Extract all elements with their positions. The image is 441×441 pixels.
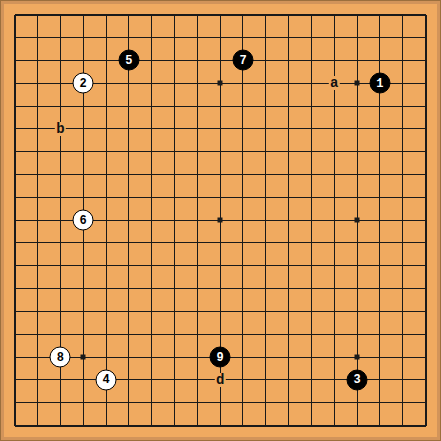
intersection xyxy=(209,26,232,49)
grid-line-vertical xyxy=(174,391,175,414)
intersection: 8 xyxy=(49,346,72,369)
grid-line-vertical xyxy=(220,232,221,255)
grid-line-vertical xyxy=(265,49,266,72)
grid-line-vertical xyxy=(174,117,175,140)
grid-line-vertical xyxy=(37,209,38,232)
intersection xyxy=(26,95,49,118)
intersection xyxy=(163,186,186,209)
grid-line-vertical xyxy=(83,140,84,163)
intersection xyxy=(414,414,437,437)
intersection xyxy=(346,140,369,163)
intersection xyxy=(140,254,163,277)
intersection xyxy=(369,209,392,232)
grid-line-vertical xyxy=(106,209,107,232)
grid-line-vertical xyxy=(174,323,175,346)
intersection xyxy=(49,95,72,118)
intersection xyxy=(95,186,118,209)
grid-line-vertical xyxy=(174,15,175,26)
grid-line-vertical xyxy=(37,346,38,369)
grid-line-vertical xyxy=(128,300,129,323)
intersection xyxy=(95,72,118,95)
grid-line-vertical xyxy=(242,323,243,346)
intersection xyxy=(300,95,323,118)
grid-line-vertical xyxy=(288,95,289,118)
intersection xyxy=(3,254,26,277)
grid-line-vertical xyxy=(151,323,152,346)
intersection xyxy=(232,95,255,118)
grid-line-vertical xyxy=(265,140,266,163)
grid-line-vertical xyxy=(288,232,289,255)
grid-line-vertical xyxy=(311,163,312,186)
intersection xyxy=(117,95,140,118)
intersection xyxy=(391,117,414,140)
intersection xyxy=(49,254,72,277)
intersection xyxy=(414,95,437,118)
intersection xyxy=(117,140,140,163)
intersection xyxy=(140,95,163,118)
grid-line-vertical xyxy=(60,323,61,346)
grid-line-vertical xyxy=(265,117,266,140)
grid-line-vertical xyxy=(14,323,16,346)
intersection xyxy=(186,346,209,369)
grid-line-vertical xyxy=(174,346,175,369)
stone-white-6: 6 xyxy=(73,210,94,231)
intersection xyxy=(323,186,346,209)
grid-line-vertical xyxy=(197,209,198,232)
grid-line-vertical xyxy=(106,140,107,163)
grid-line-vertical xyxy=(37,414,38,425)
grid-line-vertical xyxy=(197,140,198,163)
intersection xyxy=(117,209,140,232)
grid-line-vertical xyxy=(242,186,243,209)
intersection xyxy=(140,391,163,414)
intersection xyxy=(49,49,72,72)
grid-line-vertical xyxy=(220,117,221,140)
star-point xyxy=(81,355,86,360)
intersection xyxy=(209,72,232,95)
grid-line-vertical xyxy=(379,186,380,209)
intersection xyxy=(414,346,437,369)
intersection xyxy=(163,254,186,277)
grid-line-vertical xyxy=(174,414,175,425)
star-point xyxy=(355,81,360,86)
grid-line-horizontal xyxy=(15,151,26,152)
grid-line-vertical xyxy=(265,186,266,209)
intersection xyxy=(49,369,72,392)
intersection xyxy=(186,3,209,26)
grid-line-vertical xyxy=(128,277,129,300)
grid-line-vertical xyxy=(174,49,175,72)
intersection xyxy=(300,277,323,300)
intersection xyxy=(300,414,323,437)
intersection xyxy=(140,346,163,369)
grid-line-vertical xyxy=(14,140,16,163)
grid-line-vertical xyxy=(242,254,243,277)
intersection: a xyxy=(323,72,346,95)
intersection xyxy=(72,163,95,186)
intersection xyxy=(346,300,369,323)
intersection xyxy=(3,369,26,392)
stone-black-3: 3 xyxy=(347,369,368,390)
grid-line-vertical xyxy=(151,300,152,323)
intersection xyxy=(391,209,414,232)
intersection xyxy=(346,277,369,300)
intersection xyxy=(3,26,26,49)
intersection xyxy=(3,163,26,186)
grid-line-vertical xyxy=(334,391,335,414)
intersection xyxy=(254,323,277,346)
grid-line-vertical xyxy=(357,186,358,209)
intersection xyxy=(186,323,209,346)
grid-line-vertical xyxy=(37,369,38,392)
intersection xyxy=(163,163,186,186)
grid-line-vertical xyxy=(197,369,198,392)
grid-line-vertical xyxy=(242,414,243,425)
intersection xyxy=(323,277,346,300)
grid-line-vertical xyxy=(242,391,243,414)
intersection xyxy=(300,232,323,255)
grid-line-vertical xyxy=(288,300,289,323)
intersection xyxy=(163,26,186,49)
grid-line-vertical xyxy=(379,346,380,369)
grid-line-vertical xyxy=(220,277,221,300)
grid-line-vertical xyxy=(83,391,84,414)
intersection xyxy=(254,186,277,209)
intersection xyxy=(3,95,26,118)
intersection xyxy=(3,49,26,72)
grid-line-vertical xyxy=(37,26,38,49)
intersection xyxy=(277,95,300,118)
intersection xyxy=(277,232,300,255)
intersection xyxy=(163,414,186,437)
grid-line-vertical xyxy=(357,391,358,414)
grid-line-vertical xyxy=(402,300,403,323)
grid-line-vertical xyxy=(242,117,243,140)
grid-line-vertical xyxy=(402,323,403,346)
intersection xyxy=(300,163,323,186)
grid-line-vertical xyxy=(425,140,427,163)
intersection xyxy=(209,277,232,300)
grid-line-vertical xyxy=(288,49,289,72)
grid-line-vertical xyxy=(402,232,403,255)
intersection xyxy=(414,254,437,277)
grid-line-vertical xyxy=(357,117,358,140)
grid-line-vertical xyxy=(425,346,427,369)
intersection xyxy=(346,49,369,72)
intersection: 1 xyxy=(369,72,392,95)
grid-line-vertical xyxy=(197,254,198,277)
intersection xyxy=(140,117,163,140)
intersection xyxy=(26,277,49,300)
intersection xyxy=(346,232,369,255)
grid-line-vertical xyxy=(151,95,152,118)
intersection xyxy=(163,346,186,369)
grid-line-vertical xyxy=(242,277,243,300)
grid-line-vertical xyxy=(379,117,380,140)
intersection xyxy=(72,49,95,72)
grid-line-vertical xyxy=(106,72,107,95)
intersection xyxy=(3,323,26,346)
grid-line-vertical xyxy=(106,49,107,72)
grid-line-horizontal xyxy=(15,334,26,335)
intersection xyxy=(391,3,414,26)
intersection xyxy=(346,186,369,209)
intersection xyxy=(72,346,95,369)
grid-line-vertical xyxy=(197,414,198,425)
grid-line-vertical xyxy=(288,72,289,95)
grid-line-vertical xyxy=(334,369,335,392)
grid-line-vertical xyxy=(151,140,152,163)
grid-line-vertical xyxy=(151,117,152,140)
intersection xyxy=(254,117,277,140)
intersection xyxy=(369,117,392,140)
grid-line-vertical xyxy=(151,369,152,392)
grid-line-vertical xyxy=(402,254,403,277)
intersection xyxy=(140,140,163,163)
intersection xyxy=(26,369,49,392)
intersection xyxy=(254,369,277,392)
intersection xyxy=(26,72,49,95)
intersection xyxy=(26,3,49,26)
intersection xyxy=(72,117,95,140)
grid-line-vertical xyxy=(37,49,38,72)
intersection xyxy=(186,95,209,118)
intersection xyxy=(277,323,300,346)
intersection xyxy=(277,3,300,26)
grid-line-vertical xyxy=(14,26,16,49)
grid-line-vertical xyxy=(242,26,243,49)
intersection xyxy=(323,117,346,140)
grid-line-vertical xyxy=(402,369,403,392)
grid-line-horizontal xyxy=(15,106,26,107)
intersection xyxy=(232,232,255,255)
intersection xyxy=(414,140,437,163)
grid-line-vertical xyxy=(14,15,16,26)
intersection xyxy=(277,140,300,163)
point-label-b: b xyxy=(55,122,65,136)
grid-line-horizontal xyxy=(15,197,26,198)
grid-line-vertical xyxy=(106,232,107,255)
intersection xyxy=(391,186,414,209)
intersection xyxy=(369,49,392,72)
grid-line-vertical xyxy=(151,391,152,414)
grid-line-vertical xyxy=(151,277,152,300)
intersection xyxy=(186,163,209,186)
grid-line-vertical xyxy=(151,49,152,72)
intersection xyxy=(140,323,163,346)
point-label-a: a xyxy=(329,76,339,90)
grid-line-vertical xyxy=(402,49,403,72)
grid-line-vertical xyxy=(425,49,427,72)
grid-line-vertical xyxy=(379,254,380,277)
intersection xyxy=(140,72,163,95)
intersection xyxy=(391,163,414,186)
intersection xyxy=(72,323,95,346)
intersection xyxy=(186,254,209,277)
grid-line-horizontal xyxy=(15,311,26,312)
grid-line-vertical xyxy=(14,300,16,323)
intersection xyxy=(26,140,49,163)
intersection xyxy=(254,254,277,277)
intersection xyxy=(300,209,323,232)
grid-line-vertical xyxy=(151,163,152,186)
grid-line-vertical xyxy=(197,117,198,140)
intersection xyxy=(391,232,414,255)
grid-line-vertical xyxy=(197,277,198,300)
intersection xyxy=(391,49,414,72)
intersection: b xyxy=(49,117,72,140)
stone-black-5: 5 xyxy=(118,50,139,71)
intersection xyxy=(72,300,95,323)
intersection xyxy=(117,232,140,255)
grid-line-vertical xyxy=(197,95,198,118)
intersection xyxy=(49,186,72,209)
star-point xyxy=(218,218,223,223)
intersection xyxy=(369,163,392,186)
intersection xyxy=(26,254,49,277)
grid-line-vertical xyxy=(334,163,335,186)
intersection xyxy=(72,414,95,437)
grid-line-vertical xyxy=(334,117,335,140)
intersection xyxy=(3,300,26,323)
grid-line-vertical xyxy=(379,414,380,425)
grid-line-vertical xyxy=(37,323,38,346)
grid-line-vertical xyxy=(60,209,61,232)
grid-line-vertical xyxy=(311,369,312,392)
intersection xyxy=(232,26,255,49)
intersection xyxy=(254,300,277,323)
stone-black-1: 1 xyxy=(369,73,390,94)
grid-line-vertical xyxy=(357,163,358,186)
grid-line-vertical xyxy=(311,300,312,323)
intersection xyxy=(163,3,186,26)
intersection xyxy=(232,117,255,140)
grid-line-vertical xyxy=(197,300,198,323)
grid-line-vertical xyxy=(242,369,243,392)
grid-line-vertical xyxy=(379,277,380,300)
intersection xyxy=(186,140,209,163)
intersection xyxy=(254,72,277,95)
grid-line-vertical xyxy=(265,72,266,95)
intersection xyxy=(391,26,414,49)
grid-line-vertical xyxy=(379,95,380,118)
intersection xyxy=(26,163,49,186)
intersection xyxy=(346,163,369,186)
intersection xyxy=(277,26,300,49)
grid-line-vertical xyxy=(379,163,380,186)
intersection xyxy=(300,323,323,346)
grid-line-vertical xyxy=(311,72,312,95)
grid-line-vertical xyxy=(334,277,335,300)
grid-line-vertical xyxy=(60,140,61,163)
intersection xyxy=(254,140,277,163)
intersection xyxy=(414,3,437,26)
intersection xyxy=(277,72,300,95)
grid-line-vertical xyxy=(14,95,16,118)
intersection xyxy=(186,414,209,437)
grid-line-vertical xyxy=(425,277,427,300)
grid-line-vertical xyxy=(128,140,129,163)
grid-line-vertical xyxy=(60,15,61,26)
intersection: d xyxy=(209,369,232,392)
grid-line-vertical xyxy=(106,414,107,425)
intersection xyxy=(140,369,163,392)
grid-line-vertical xyxy=(311,95,312,118)
intersection xyxy=(186,72,209,95)
grid-line-vertical xyxy=(334,15,335,26)
intersection xyxy=(346,414,369,437)
grid-line-vertical xyxy=(128,95,129,118)
intersection xyxy=(3,414,26,437)
grid-line-vertical xyxy=(288,391,289,414)
intersection xyxy=(3,391,26,414)
grid-line-vertical xyxy=(128,391,129,414)
grid-line-vertical xyxy=(311,140,312,163)
intersection xyxy=(72,3,95,26)
grid-line-vertical xyxy=(265,15,266,26)
grid-line-vertical xyxy=(197,49,198,72)
grid-line-vertical xyxy=(37,117,38,140)
intersection xyxy=(95,323,118,346)
intersection xyxy=(346,323,369,346)
grid-line-vertical xyxy=(151,254,152,277)
grid-line-vertical xyxy=(128,72,129,95)
grid-line-vertical xyxy=(265,95,266,118)
grid-line-vertical xyxy=(60,163,61,186)
intersection xyxy=(140,300,163,323)
intersection xyxy=(300,346,323,369)
grid-line-vertical xyxy=(288,26,289,49)
grid-line-vertical xyxy=(265,254,266,277)
intersection xyxy=(391,391,414,414)
grid-line-vertical xyxy=(220,391,221,414)
grid-line-vertical xyxy=(14,369,16,392)
intersection xyxy=(163,277,186,300)
grid-line-horizontal xyxy=(15,37,26,38)
intersection xyxy=(414,117,437,140)
intersection xyxy=(323,414,346,437)
intersection xyxy=(277,391,300,414)
intersection xyxy=(140,49,163,72)
intersection xyxy=(95,117,118,140)
intersection xyxy=(163,300,186,323)
grid-line-vertical xyxy=(106,300,107,323)
grid-line-vertical xyxy=(334,232,335,255)
grid-line-vertical xyxy=(265,323,266,346)
grid-line-vertical xyxy=(37,186,38,209)
intersection xyxy=(232,3,255,26)
intersection xyxy=(369,346,392,369)
intersection xyxy=(95,391,118,414)
intersection xyxy=(163,323,186,346)
intersection xyxy=(95,49,118,72)
intersection xyxy=(49,414,72,437)
grid-line-vertical xyxy=(357,414,358,425)
intersection: 6 xyxy=(72,209,95,232)
grid-line-vertical xyxy=(174,209,175,232)
intersection xyxy=(209,49,232,72)
intersection xyxy=(254,209,277,232)
grid-line-vertical xyxy=(242,209,243,232)
grid-line-vertical xyxy=(83,95,84,118)
intersection xyxy=(163,72,186,95)
grid-line-vertical xyxy=(402,26,403,49)
intersection xyxy=(26,232,49,255)
intersection xyxy=(277,163,300,186)
intersection: 4 xyxy=(95,369,118,392)
intersection xyxy=(140,163,163,186)
grid-line-vertical xyxy=(425,186,427,209)
